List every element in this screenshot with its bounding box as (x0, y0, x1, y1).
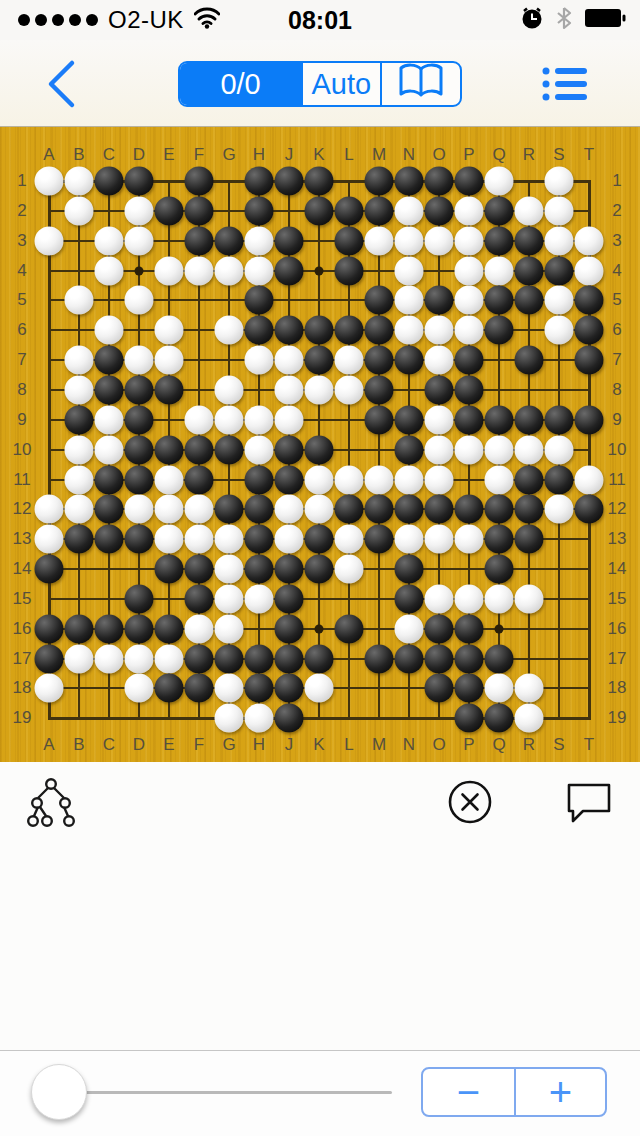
white-stone[interactable] (65, 196, 94, 225)
black-stone[interactable] (275, 555, 304, 584)
coordinate-label: L (344, 145, 353, 165)
black-stone[interactable] (365, 644, 394, 673)
auto-segment[interactable]: Auto (301, 63, 379, 105)
white-stone[interactable] (185, 405, 214, 434)
black-stone[interactable] (425, 375, 454, 404)
black-stone[interactable] (155, 196, 184, 225)
black-stone[interactable] (275, 644, 304, 673)
white-stone[interactable] (515, 196, 544, 225)
black-stone[interactable] (185, 465, 214, 494)
white-stone[interactable] (215, 614, 244, 643)
black-stone[interactable] (425, 644, 454, 673)
white-stone[interactable] (185, 256, 214, 285)
white-stone[interactable] (215, 674, 244, 703)
white-stone[interactable] (185, 614, 214, 643)
white-stone[interactable] (335, 346, 364, 375)
white-stone[interactable] (335, 525, 364, 554)
coordinate-label: R (523, 145, 535, 165)
black-stone[interactable] (395, 555, 424, 584)
white-stone[interactable] (155, 525, 184, 554)
white-stone[interactable] (155, 316, 184, 345)
white-stone[interactable] (425, 525, 454, 554)
black-stone[interactable] (575, 405, 604, 434)
white-stone[interactable] (35, 525, 64, 554)
white-stone[interactable] (425, 226, 454, 255)
black-stone[interactable] (305, 644, 334, 673)
white-stone[interactable] (95, 256, 124, 285)
white-stone[interactable] (35, 167, 64, 196)
black-stone[interactable] (365, 405, 394, 434)
black-stone[interactable] (425, 167, 454, 196)
black-stone[interactable] (185, 226, 214, 255)
black-stone[interactable] (185, 555, 214, 584)
white-stone[interactable] (455, 256, 484, 285)
black-stone[interactable] (125, 167, 154, 196)
black-stone[interactable] (245, 316, 274, 345)
slider-track[interactable] (36, 1091, 392, 1094)
black-stone[interactable] (485, 644, 514, 673)
coordinate-label: J (285, 735, 294, 755)
white-stone[interactable] (215, 525, 244, 554)
black-stone[interactable] (275, 435, 304, 464)
black-stone[interactable] (155, 435, 184, 464)
coordinate-label: 7 (612, 350, 621, 370)
white-stone[interactable] (125, 226, 154, 255)
comment-bubble-icon[interactable] (566, 782, 612, 828)
black-stone[interactable] (485, 555, 514, 584)
black-stone[interactable] (305, 435, 334, 464)
black-stone[interactable] (155, 555, 184, 584)
black-stone[interactable] (395, 405, 424, 434)
white-stone[interactable] (35, 674, 64, 703)
white-stone[interactable] (545, 226, 574, 255)
black-stone[interactable] (515, 465, 544, 494)
black-stone[interactable] (245, 644, 274, 673)
black-stone[interactable] (575, 286, 604, 315)
black-stone[interactable] (515, 346, 544, 375)
black-stone[interactable] (485, 226, 514, 255)
white-stone[interactable] (365, 465, 394, 494)
black-stone[interactable] (275, 674, 304, 703)
white-stone[interactable] (395, 256, 424, 285)
black-stone[interactable] (515, 405, 544, 434)
black-stone[interactable] (185, 644, 214, 673)
white-stone[interactable] (155, 346, 184, 375)
coordinate-label: H (253, 735, 265, 755)
black-stone[interactable] (305, 555, 334, 584)
alarm-icon (520, 6, 544, 34)
black-stone[interactable] (485, 405, 514, 434)
black-stone[interactable] (515, 226, 544, 255)
white-stone[interactable] (335, 465, 364, 494)
white-stone[interactable] (395, 525, 424, 554)
white-stone[interactable] (65, 167, 94, 196)
white-stone[interactable] (515, 584, 544, 613)
black-stone[interactable] (245, 196, 274, 225)
move-counter-segment[interactable]: 0/0 (180, 63, 301, 105)
black-stone[interactable] (305, 316, 334, 345)
black-stone[interactable] (275, 614, 304, 643)
black-stone[interactable] (185, 167, 214, 196)
star-point (495, 624, 504, 633)
coordinate-label: E (163, 735, 174, 755)
white-stone[interactable] (245, 405, 274, 434)
white-stone[interactable] (455, 196, 484, 225)
white-stone[interactable] (185, 525, 214, 554)
coordinate-label: 18 (608, 678, 627, 698)
previous-move-button[interactable]: − (423, 1069, 514, 1115)
black-stone[interactable] (95, 465, 124, 494)
coordinate-label: 19 (608, 708, 627, 728)
star-point (135, 266, 144, 275)
black-stone[interactable] (185, 196, 214, 225)
white-stone[interactable] (155, 256, 184, 285)
black-stone[interactable] (455, 495, 484, 524)
black-stone[interactable] (125, 525, 154, 554)
white-stone[interactable] (485, 465, 514, 494)
white-stone[interactable] (215, 405, 244, 434)
black-stone[interactable] (515, 495, 544, 524)
black-stone[interactable] (245, 555, 274, 584)
white-stone[interactable] (155, 495, 184, 524)
black-stone[interactable] (305, 167, 334, 196)
black-stone[interactable] (485, 704, 514, 733)
white-stone[interactable] (155, 465, 184, 494)
black-stone[interactable] (215, 644, 244, 673)
black-stone[interactable] (365, 375, 394, 404)
white-stone[interactable] (275, 346, 304, 375)
black-stone[interactable] (485, 525, 514, 554)
coordinate-label: G (222, 145, 235, 165)
black-stone[interactable] (35, 644, 64, 673)
black-stone[interactable] (365, 495, 394, 524)
black-stone[interactable] (455, 375, 484, 404)
coordinate-label: S (553, 145, 564, 165)
variation-tree-icon[interactable] (26, 777, 76, 833)
white-stone[interactable] (215, 375, 244, 404)
black-stone[interactable] (125, 465, 154, 494)
white-stone[interactable] (155, 644, 184, 673)
black-stone[interactable] (455, 405, 484, 434)
black-stone[interactable] (455, 674, 484, 703)
black-stone[interactable] (485, 495, 514, 524)
white-stone[interactable] (575, 256, 604, 285)
black-stone[interactable] (125, 375, 154, 404)
black-stone[interactable] (245, 286, 274, 315)
white-stone[interactable] (485, 584, 514, 613)
coordinate-label: K (313, 145, 324, 165)
white-stone[interactable] (545, 196, 574, 225)
white-stone[interactable] (95, 316, 124, 345)
black-stone[interactable] (305, 196, 334, 225)
back-button[interactable] (44, 58, 80, 110)
white-stone[interactable] (455, 286, 484, 315)
white-stone[interactable] (545, 167, 574, 196)
white-stone[interactable] (185, 495, 214, 524)
white-stone[interactable] (125, 286, 154, 315)
black-stone[interactable] (125, 614, 154, 643)
black-stone[interactable] (125, 584, 154, 613)
black-stone[interactable] (365, 286, 394, 315)
white-stone[interactable] (95, 435, 124, 464)
black-stone[interactable] (125, 435, 154, 464)
white-stone[interactable] (245, 704, 274, 733)
white-stone[interactable] (485, 435, 514, 464)
white-stone[interactable] (425, 584, 454, 613)
black-stone[interactable] (455, 346, 484, 375)
black-stone[interactable] (125, 405, 154, 434)
white-stone[interactable] (455, 435, 484, 464)
black-stone[interactable] (215, 226, 244, 255)
white-stone[interactable] (65, 495, 94, 524)
black-stone[interactable] (335, 495, 364, 524)
black-stone[interactable] (305, 525, 334, 554)
black-stone[interactable] (215, 495, 244, 524)
black-stone[interactable] (335, 226, 364, 255)
white-stone[interactable] (485, 167, 514, 196)
black-stone[interactable] (155, 375, 184, 404)
coordinate-label: R (523, 735, 535, 755)
black-stone[interactable] (425, 286, 454, 315)
coordinate-label: C (103, 735, 115, 755)
black-stone[interactable] (575, 495, 604, 524)
segmented-control: 0/0 Auto (178, 61, 462, 107)
black-stone[interactable] (485, 196, 514, 225)
black-stone[interactable] (335, 196, 364, 225)
coordinate-label: F (194, 145, 204, 165)
black-stone[interactable] (35, 614, 64, 643)
black-stone[interactable] (245, 495, 274, 524)
white-stone[interactable] (65, 644, 94, 673)
black-stone[interactable] (65, 525, 94, 554)
white-stone[interactable] (545, 286, 574, 315)
black-stone[interactable] (335, 316, 364, 345)
white-stone[interactable] (245, 435, 274, 464)
white-stone[interactable] (425, 316, 454, 345)
black-stone[interactable] (275, 584, 304, 613)
coordinate-label: 13 (608, 529, 627, 549)
black-stone[interactable] (155, 674, 184, 703)
black-stone[interactable] (485, 286, 514, 315)
black-stone[interactable] (95, 614, 124, 643)
white-stone[interactable] (245, 346, 274, 375)
next-move-button[interactable]: + (514, 1069, 605, 1115)
coordinate-label: 4 (612, 261, 621, 281)
black-stone[interactable] (455, 644, 484, 673)
black-stone[interactable] (245, 465, 274, 494)
black-stone[interactable] (185, 584, 214, 613)
black-stone[interactable] (455, 614, 484, 643)
black-stone[interactable] (545, 405, 574, 434)
black-stone[interactable] (35, 555, 64, 584)
white-stone[interactable] (425, 405, 454, 434)
white-stone[interactable] (485, 256, 514, 285)
white-stone[interactable] (515, 704, 544, 733)
white-stone[interactable] (335, 555, 364, 584)
black-stone[interactable] (365, 525, 394, 554)
star-point (315, 624, 324, 633)
black-stone[interactable] (455, 167, 484, 196)
white-stone[interactable] (245, 256, 274, 285)
white-stone[interactable] (65, 346, 94, 375)
black-stone[interactable] (395, 584, 424, 613)
black-stone[interactable] (395, 495, 424, 524)
white-stone[interactable] (65, 375, 94, 404)
black-stone[interactable] (545, 256, 574, 285)
black-stone[interactable] (185, 674, 214, 703)
coordinate-label: 14 (608, 559, 627, 579)
black-stone[interactable] (245, 167, 274, 196)
white-stone[interactable] (575, 226, 604, 255)
black-stone[interactable] (395, 435, 424, 464)
white-stone[interactable] (215, 704, 244, 733)
white-stone[interactable] (275, 495, 304, 524)
white-stone[interactable] (275, 375, 304, 404)
close-circle-icon[interactable] (447, 779, 493, 829)
white-stone[interactable] (305, 674, 334, 703)
black-stone[interactable] (395, 346, 424, 375)
black-stone[interactable] (515, 286, 544, 315)
black-stone[interactable] (275, 167, 304, 196)
black-stone[interactable] (245, 674, 274, 703)
black-stone[interactable] (95, 495, 124, 524)
white-stone[interactable] (395, 286, 424, 315)
white-stone[interactable] (515, 435, 544, 464)
black-stone[interactable] (455, 704, 484, 733)
white-stone[interactable] (545, 435, 574, 464)
black-stone[interactable] (275, 704, 304, 733)
white-stone[interactable] (275, 525, 304, 554)
white-stone[interactable] (455, 226, 484, 255)
white-stone[interactable] (365, 226, 394, 255)
white-stone[interactable] (395, 465, 424, 494)
white-stone[interactable] (65, 435, 94, 464)
black-stone[interactable] (305, 346, 334, 375)
coordinate-label: H (253, 145, 265, 165)
coordinate-label: E (163, 145, 174, 165)
white-stone[interactable] (455, 525, 484, 554)
white-stone[interactable] (455, 316, 484, 345)
black-stone[interactable] (95, 167, 124, 196)
coordinate-label: 9 (17, 410, 26, 430)
white-stone[interactable] (485, 674, 514, 703)
white-stone[interactable] (545, 495, 574, 524)
coordinate-label: 3 (17, 231, 26, 251)
white-stone[interactable] (395, 614, 424, 643)
coordinate-label: 1 (17, 171, 26, 191)
black-stone[interactable] (575, 316, 604, 345)
coordinate-label: Q (492, 145, 505, 165)
white-stone[interactable] (395, 316, 424, 345)
black-stone[interactable] (65, 405, 94, 434)
black-stone[interactable] (425, 614, 454, 643)
black-stone[interactable] (185, 435, 214, 464)
white-stone[interactable] (65, 286, 94, 315)
black-stone[interactable] (485, 316, 514, 345)
coordinate-label: O (432, 735, 445, 755)
white-stone[interactable] (35, 226, 64, 255)
black-stone[interactable] (275, 465, 304, 494)
white-stone[interactable] (395, 196, 424, 225)
white-stone[interactable] (125, 346, 154, 375)
white-stone[interactable] (425, 346, 454, 375)
white-stone[interactable] (125, 196, 154, 225)
black-stone[interactable] (155, 614, 184, 643)
black-stone[interactable] (335, 256, 364, 285)
white-stone[interactable] (425, 435, 454, 464)
white-stone[interactable] (545, 316, 574, 345)
list-icon[interactable] (542, 65, 588, 103)
black-stone[interactable] (215, 435, 244, 464)
black-stone[interactable] (95, 346, 124, 375)
black-stone[interactable] (395, 167, 424, 196)
black-stone[interactable] (575, 346, 604, 375)
black-stone[interactable] (545, 465, 574, 494)
go-board[interactable]: AABBCCDDEEFFGGHHJJKKLLMMNNOOPPQQRRSSTT11… (0, 127, 640, 762)
coordinate-label: 14 (13, 559, 32, 579)
black-stone[interactable] (365, 346, 394, 375)
black-stone[interactable] (425, 495, 454, 524)
black-stone[interactable] (335, 614, 364, 643)
black-stone[interactable] (515, 525, 544, 554)
black-stone[interactable] (65, 614, 94, 643)
white-stone[interactable] (245, 584, 274, 613)
black-stone[interactable] (425, 196, 454, 225)
black-stone[interactable] (275, 226, 304, 255)
white-stone[interactable] (125, 644, 154, 673)
white-stone[interactable] (95, 405, 124, 434)
white-stone[interactable] (455, 584, 484, 613)
white-stone[interactable] (215, 256, 244, 285)
black-stone[interactable] (95, 525, 124, 554)
black-stone[interactable] (515, 256, 544, 285)
white-stone[interactable] (305, 495, 334, 524)
black-stone[interactable] (365, 316, 394, 345)
black-stone[interactable] (365, 167, 394, 196)
white-stone[interactable] (275, 405, 304, 434)
white-stone[interactable] (35, 495, 64, 524)
black-stone[interactable] (275, 316, 304, 345)
book-segment[interactable] (380, 63, 460, 105)
black-stone[interactable] (275, 256, 304, 285)
coordinate-label: 5 (612, 290, 621, 310)
white-stone[interactable] (245, 226, 274, 255)
white-stone[interactable] (215, 555, 244, 584)
white-stone[interactable] (305, 375, 334, 404)
white-stone[interactable] (215, 316, 244, 345)
white-stone[interactable] (515, 674, 544, 703)
white-stone[interactable] (125, 495, 154, 524)
white-stone[interactable] (335, 375, 364, 404)
slider-thumb[interactable] (31, 1064, 87, 1120)
black-stone[interactable] (395, 644, 424, 673)
black-stone[interactable] (425, 674, 454, 703)
black-stone[interactable] (95, 375, 124, 404)
white-stone[interactable] (575, 465, 604, 494)
black-stone[interactable] (365, 196, 394, 225)
white-stone[interactable] (395, 226, 424, 255)
white-stone[interactable] (305, 465, 334, 494)
white-stone[interactable] (95, 226, 124, 255)
white-stone[interactable] (125, 674, 154, 703)
black-stone[interactable] (245, 525, 274, 554)
coordinate-label: 10 (13, 440, 32, 460)
white-stone[interactable] (215, 584, 244, 613)
coordinate-label: 2 (612, 201, 621, 221)
white-stone[interactable] (65, 465, 94, 494)
white-stone[interactable] (95, 644, 124, 673)
white-stone[interactable] (425, 465, 454, 494)
